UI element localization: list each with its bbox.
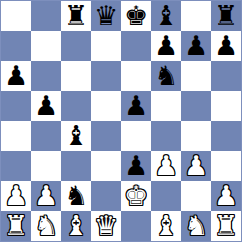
square-c7[interactable] <box>61 31 91 61</box>
white-queen-piece[interactable]: ♛ <box>94 211 118 241</box>
black-knight-piece[interactable]: ♞ <box>154 61 178 91</box>
square-h5[interactable] <box>211 91 241 121</box>
white-pawn-piece[interactable]: ♟ <box>184 151 208 181</box>
square-f6[interactable]: ♞ <box>151 61 181 91</box>
square-d7[interactable] <box>91 31 121 61</box>
square-a1[interactable]: ♜ <box>1 211 31 241</box>
square-c1[interactable]: ♝ <box>61 211 91 241</box>
square-e3[interactable]: ♟ <box>121 151 151 181</box>
black-rook-piece[interactable]: ♜ <box>214 1 238 31</box>
square-g6[interactable] <box>181 61 211 91</box>
white-knight-piece[interactable]: ♞ <box>184 211 208 241</box>
square-d5[interactable] <box>91 91 121 121</box>
square-h1[interactable]: ♜ <box>211 211 241 241</box>
square-d1[interactable]: ♛ <box>91 211 121 241</box>
square-e8[interactable]: ♚ <box>121 1 151 31</box>
black-pawn-piece[interactable]: ♟ <box>214 31 238 61</box>
square-g2[interactable] <box>181 181 211 211</box>
square-f3[interactable]: ♟ <box>151 151 181 181</box>
black-rook-piece[interactable]: ♜ <box>64 1 88 31</box>
black-pawn-piece[interactable]: ♟ <box>124 151 148 181</box>
square-g8[interactable] <box>181 1 211 31</box>
square-a4[interactable] <box>1 121 31 151</box>
white-knight-piece[interactable]: ♞ <box>34 211 58 241</box>
square-d2[interactable] <box>91 181 121 211</box>
black-king-piece[interactable]: ♚ <box>124 1 148 31</box>
square-g5[interactable] <box>181 91 211 121</box>
square-b3[interactable] <box>31 151 61 181</box>
square-a8[interactable] <box>1 1 31 31</box>
square-b5[interactable]: ♟ <box>31 91 61 121</box>
square-h4[interactable] <box>211 121 241 151</box>
square-b1[interactable]: ♞ <box>31 211 61 241</box>
square-e6[interactable] <box>121 61 151 91</box>
square-e4[interactable] <box>121 121 151 151</box>
square-a5[interactable] <box>1 91 31 121</box>
square-e2[interactable]: ♚ <box>121 181 151 211</box>
white-pawn-piece[interactable]: ♟ <box>214 181 238 211</box>
square-g7[interactable]: ♟ <box>181 31 211 61</box>
black-bishop-piece[interactable]: ♝ <box>154 1 178 31</box>
black-knight-piece[interactable]: ♞ <box>64 181 88 211</box>
black-bishop-piece[interactable]: ♝ <box>64 121 88 151</box>
white-pawn-piece[interactable]: ♟ <box>154 151 178 181</box>
black-pawn-piece[interactable]: ♟ <box>124 91 148 121</box>
white-rook-piece[interactable]: ♜ <box>4 211 28 241</box>
square-h7[interactable]: ♟ <box>211 31 241 61</box>
square-g4[interactable] <box>181 121 211 151</box>
square-b6[interactable] <box>31 61 61 91</box>
white-bishop-piece[interactable]: ♝ <box>154 211 178 241</box>
square-b2[interactable]: ♟ <box>31 181 61 211</box>
black-queen-piece[interactable]: ♛ <box>94 1 118 31</box>
square-f4[interactable] <box>151 121 181 151</box>
black-pawn-piece[interactable]: ♟ <box>154 31 178 61</box>
square-c3[interactable] <box>61 151 91 181</box>
square-e1[interactable] <box>121 211 151 241</box>
square-d6[interactable] <box>91 61 121 91</box>
square-c6[interactable] <box>61 61 91 91</box>
square-f8[interactable]: ♝ <box>151 1 181 31</box>
square-f2[interactable] <box>151 181 181 211</box>
white-pawn-piece[interactable]: ♟ <box>34 181 58 211</box>
white-pawn-piece[interactable]: ♟ <box>4 181 28 211</box>
square-b7[interactable] <box>31 31 61 61</box>
square-f1[interactable]: ♝ <box>151 211 181 241</box>
square-a3[interactable] <box>1 151 31 181</box>
square-a2[interactable]: ♟ <box>1 181 31 211</box>
square-a6[interactable]: ♟ <box>1 61 31 91</box>
square-e5[interactable]: ♟ <box>121 91 151 121</box>
square-a7[interactable] <box>1 31 31 61</box>
white-rook-piece[interactable]: ♜ <box>214 211 238 241</box>
square-c2[interactable]: ♞ <box>61 181 91 211</box>
square-g1[interactable]: ♞ <box>181 211 211 241</box>
square-d8[interactable]: ♛ <box>91 1 121 31</box>
black-pawn-piece[interactable]: ♟ <box>4 61 28 91</box>
white-king-piece[interactable]: ♚ <box>124 181 148 211</box>
square-h8[interactable]: ♜ <box>211 1 241 31</box>
square-h2[interactable]: ♟ <box>211 181 241 211</box>
square-f5[interactable] <box>151 91 181 121</box>
square-c5[interactable] <box>61 91 91 121</box>
square-b8[interactable] <box>31 1 61 31</box>
black-pawn-piece[interactable]: ♟ <box>34 91 58 121</box>
square-e7[interactable] <box>121 31 151 61</box>
square-h3[interactable] <box>211 151 241 181</box>
square-d3[interactable] <box>91 151 121 181</box>
square-c4[interactable]: ♝ <box>61 121 91 151</box>
square-f7[interactable]: ♟ <box>151 31 181 61</box>
chess-board: ♜♛♚♝♜♟♟♟♟♞♟♟♝♟♟♟♟♟♞♚♟♜♞♝♛♝♞♜ <box>0 0 242 242</box>
square-c8[interactable]: ♜ <box>61 1 91 31</box>
white-bishop-piece[interactable]: ♝ <box>64 211 88 241</box>
black-pawn-piece[interactable]: ♟ <box>184 31 208 61</box>
square-g3[interactable]: ♟ <box>181 151 211 181</box>
square-b4[interactable] <box>31 121 61 151</box>
square-d4[interactable] <box>91 121 121 151</box>
square-h6[interactable] <box>211 61 241 91</box>
